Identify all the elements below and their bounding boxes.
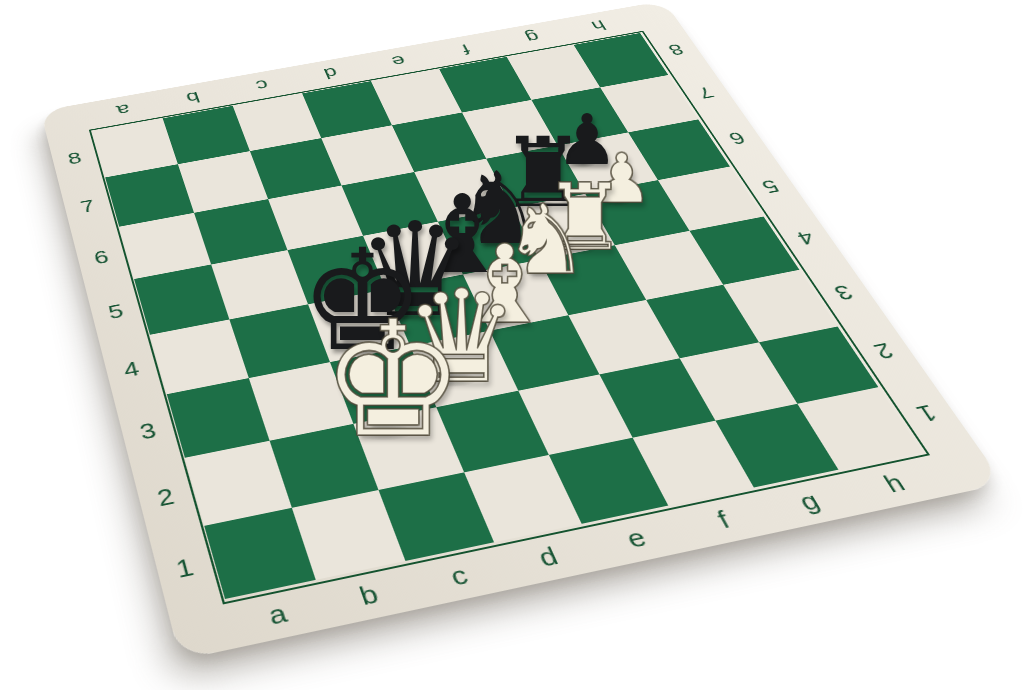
product-photo-scene: aabbccddeeffgghh8877665544332211 ♚♛♝♞♜♟♚… (0, 0, 1024, 690)
white-king: ♚ (321, 300, 464, 460)
